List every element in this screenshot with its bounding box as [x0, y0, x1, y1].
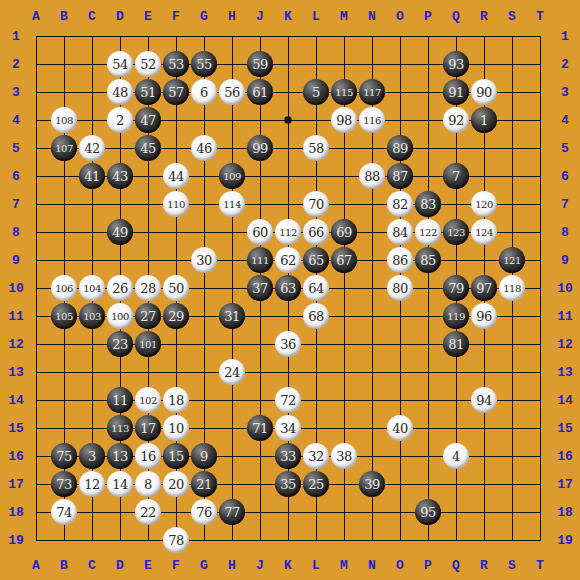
stone-white-D3[interactable]: 48 — [107, 79, 133, 105]
stone-move-number: 67 — [336, 253, 352, 268]
stone-move-number: 10 — [168, 421, 184, 436]
stone-black-E12[interactable]: 101 — [135, 331, 161, 357]
coord-label-left-10: 10 — [8, 282, 24, 295]
coord-label-bottom-L: L — [312, 559, 320, 572]
stone-move-number: 18 — [168, 393, 184, 408]
stone-white-P8[interactable]: 122 — [415, 219, 441, 245]
stone-move-number: 35 — [280, 477, 296, 492]
stone-white-K9[interactable]: 62 — [275, 247, 301, 273]
coord-label-bottom-T: T — [536, 559, 544, 572]
stone-white-L5[interactable]: 58 — [303, 135, 329, 161]
stone-white-S10[interactable]: 118 — [499, 275, 525, 301]
stone-white-F14[interactable]: 18 — [163, 387, 189, 413]
stone-black-Q8[interactable]: 123 — [443, 219, 469, 245]
stone-black-R10[interactable]: 97 — [471, 275, 497, 301]
stone-black-H11[interactable]: 31 — [219, 303, 245, 329]
stone-white-L10[interactable]: 64 — [303, 275, 329, 301]
coord-label-bottom-O: O — [396, 559, 404, 572]
stone-black-H18[interactable]: 77 — [219, 499, 245, 525]
stone-black-M3[interactable]: 115 — [331, 79, 357, 105]
coord-label-top-A: A — [32, 10, 40, 23]
stone-white-D11[interactable]: 100 — [107, 303, 133, 329]
coord-label-top-J: J — [256, 10, 264, 23]
stone-move-number: 22 — [140, 505, 156, 520]
stone-move-number: 108 — [55, 115, 73, 126]
coord-label-left-15: 15 — [8, 422, 24, 435]
stone-move-number: 116 — [363, 115, 381, 126]
stone-white-E16[interactable]: 16 — [135, 443, 161, 469]
stone-black-D14[interactable]: 11 — [107, 387, 133, 413]
coord-label-top-P: P — [424, 10, 432, 23]
stone-white-B10[interactable]: 106 — [51, 275, 77, 301]
stone-move-number: 106 — [55, 283, 73, 294]
stone-move-number: 96 — [476, 309, 492, 324]
coord-label-top-K: K — [284, 10, 292, 23]
stone-white-H3[interactable]: 56 — [219, 79, 245, 105]
stone-move-number: 23 — [112, 337, 128, 352]
stone-move-number: 13 — [112, 449, 128, 464]
coord-label-right-12: 12 — [557, 338, 573, 351]
coord-label-left-9: 9 — [12, 254, 20, 267]
coord-label-bottom-D: D — [116, 559, 124, 572]
stone-black-E15[interactable]: 17 — [135, 415, 161, 441]
stone-white-O10[interactable]: 80 — [387, 275, 413, 301]
stone-white-F15[interactable]: 10 — [163, 415, 189, 441]
stone-move-number: 44 — [168, 169, 184, 184]
stone-white-R8[interactable]: 124 — [471, 219, 497, 245]
stone-move-number: 11 — [112, 393, 128, 408]
coord-label-top-R: R — [480, 10, 488, 23]
stone-move-number: 122 — [419, 227, 437, 238]
stone-move-number: 119 — [447, 311, 465, 322]
coord-label-bottom-C: C — [88, 559, 96, 572]
coord-label-right-18: 18 — [557, 506, 573, 519]
stone-move-number: 94 — [476, 393, 492, 408]
stone-move-number: 70 — [308, 197, 324, 212]
stone-black-J15[interactable]: 71 — [247, 415, 273, 441]
stone-move-number: 56 — [224, 85, 240, 100]
stone-move-number: 121 — [503, 255, 521, 266]
coord-label-left-17: 17 — [8, 478, 24, 491]
stone-white-G18[interactable]: 76 — [191, 499, 217, 525]
stone-black-C11[interactable]: 103 — [79, 303, 105, 329]
stone-white-D2[interactable]: 54 — [107, 51, 133, 77]
stone-move-number: 124 — [475, 227, 493, 238]
coord-label-top-C: C — [88, 10, 96, 23]
stone-move-number: 115 — [335, 87, 353, 98]
stone-white-L8[interactable]: 66 — [303, 219, 329, 245]
stone-move-number: 118 — [503, 283, 521, 294]
coord-label-right-14: 14 — [557, 394, 573, 407]
coord-label-left-14: 14 — [8, 394, 24, 407]
stone-move-number: 39 — [364, 477, 380, 492]
stone-black-O5[interactable]: 89 — [387, 135, 413, 161]
coord-label-bottom-K: K — [284, 559, 292, 572]
coord-label-right-16: 16 — [557, 450, 573, 463]
stone-move-number: 80 — [392, 281, 408, 296]
stone-move-number: 59 — [252, 57, 268, 72]
stone-move-number: 12 — [84, 477, 100, 492]
stone-move-number: 101 — [139, 339, 157, 350]
stone-black-J9[interactable]: 111 — [247, 247, 273, 273]
coord-label-top-M: M — [340, 10, 348, 23]
coord-label-right-8: 8 — [561, 226, 569, 239]
stone-move-number: 36 — [280, 337, 296, 352]
stone-move-number: 65 — [308, 253, 324, 268]
stone-move-number: 79 — [448, 281, 464, 296]
stone-move-number: 51 — [140, 85, 156, 100]
coord-label-bottom-N: N — [368, 559, 376, 572]
stone-black-J2[interactable]: 59 — [247, 51, 273, 77]
stone-move-number: 112 — [279, 227, 297, 238]
coord-label-right-10: 10 — [557, 282, 573, 295]
stone-black-E3[interactable]: 51 — [135, 79, 161, 105]
stone-move-number: 111 — [251, 255, 269, 266]
coord-label-right-1: 1 — [561, 30, 569, 43]
stone-move-number: 99 — [252, 141, 268, 156]
stone-white-L7[interactable]: 70 — [303, 191, 329, 217]
stone-move-number: 62 — [280, 253, 296, 268]
coord-label-bottom-F: F — [172, 559, 180, 572]
stone-move-number: 32 — [308, 449, 324, 464]
stone-move-number: 38 — [336, 449, 352, 464]
stone-move-number: 117 — [363, 87, 381, 98]
stone-move-number: 58 — [308, 141, 324, 156]
stone-black-G2[interactable]: 55 — [191, 51, 217, 77]
stone-black-O6[interactable]: 87 — [387, 163, 413, 189]
stone-black-P7[interactable]: 83 — [415, 191, 441, 217]
stone-move-number: 26 — [112, 281, 128, 296]
coord-label-top-B: B — [60, 10, 68, 23]
stone-move-number: 16 — [140, 449, 156, 464]
stone-move-number: 31 — [224, 309, 240, 324]
stone-move-number: 95 — [420, 505, 436, 520]
stone-white-G5[interactable]: 46 — [191, 135, 217, 161]
coord-label-left-18: 18 — [8, 506, 24, 519]
stone-move-number: 14 — [112, 477, 128, 492]
stone-white-K12[interactable]: 36 — [275, 331, 301, 357]
stone-black-H6[interactable]: 109 — [219, 163, 245, 189]
stone-white-H13[interactable]: 24 — [219, 359, 245, 385]
coord-label-left-19: 19 — [8, 534, 24, 547]
go-board[interactable]: AABBCCDDEEFFGGHHJJKKLLMMNNOOPPQQRRSSTT11… — [0, 0, 580, 580]
stone-black-P18[interactable]: 95 — [415, 499, 441, 525]
stone-black-G16[interactable]: 9 — [191, 443, 217, 469]
coord-label-top-F: F — [172, 10, 180, 23]
stone-white-R11[interactable]: 96 — [471, 303, 497, 329]
stone-move-number: 50 — [168, 281, 184, 296]
stone-move-number: 77 — [224, 505, 240, 520]
stone-black-R4[interactable]: 1 — [471, 107, 497, 133]
coord-label-bottom-J: J — [256, 559, 264, 572]
stone-move-number: 75 — [56, 449, 72, 464]
stone-move-number: 81 — [448, 337, 464, 352]
stone-move-number: 61 — [252, 85, 268, 100]
stone-black-M9[interactable]: 67 — [331, 247, 357, 273]
stone-white-M16[interactable]: 38 — [331, 443, 357, 469]
stone-black-J10[interactable]: 37 — [247, 275, 273, 301]
coord-label-right-11: 11 — [557, 310, 573, 323]
coord-label-bottom-B: B — [60, 559, 68, 572]
coord-label-left-4: 4 — [12, 114, 20, 127]
stone-move-number: 33 — [280, 449, 296, 464]
stone-move-number: 105 — [55, 311, 73, 322]
stone-white-K15[interactable]: 34 — [275, 415, 301, 441]
stone-white-N6[interactable]: 88 — [359, 163, 385, 189]
stone-black-Q12[interactable]: 81 — [443, 331, 469, 357]
stone-move-number: 120 — [475, 199, 493, 210]
stone-move-number: 5 — [312, 85, 320, 100]
stone-move-number: 30 — [196, 253, 212, 268]
stone-white-Q16[interactable]: 4 — [443, 443, 469, 469]
stone-move-number: 25 — [308, 477, 324, 492]
stone-white-Q4[interactable]: 92 — [443, 107, 469, 133]
stone-move-number: 87 — [392, 169, 408, 184]
stone-black-F3[interactable]: 57 — [163, 79, 189, 105]
stone-white-C10[interactable]: 104 — [79, 275, 105, 301]
stone-black-F11[interactable]: 29 — [163, 303, 189, 329]
stone-white-F10[interactable]: 50 — [163, 275, 189, 301]
coord-label-left-8: 8 — [12, 226, 20, 239]
stone-move-number: 63 — [280, 281, 296, 296]
coord-label-bottom-H: H — [228, 559, 236, 572]
stone-move-number: 52 — [140, 57, 156, 72]
stone-white-J8[interactable]: 60 — [247, 219, 273, 245]
stone-white-R3[interactable]: 90 — [471, 79, 497, 105]
stone-white-E14[interactable]: 102 — [135, 387, 161, 413]
stone-white-E17[interactable]: 8 — [135, 471, 161, 497]
stone-black-K10[interactable]: 63 — [275, 275, 301, 301]
stone-move-number: 2 — [116, 113, 124, 128]
coord-label-left-7: 7 — [12, 198, 20, 211]
stone-black-D15[interactable]: 113 — [107, 415, 133, 441]
stone-move-number: 113 — [111, 423, 129, 434]
stone-move-number: 9 — [200, 449, 208, 464]
stone-black-L9[interactable]: 65 — [303, 247, 329, 273]
stone-black-B17[interactable]: 73 — [51, 471, 77, 497]
stone-white-F6[interactable]: 44 — [163, 163, 189, 189]
stone-move-number: 85 — [420, 253, 436, 268]
star-point-K4 — [285, 117, 292, 124]
stone-black-Q2[interactable]: 93 — [443, 51, 469, 77]
stone-move-number: 74 — [56, 505, 72, 520]
stone-black-N3[interactable]: 117 — [359, 79, 385, 105]
stone-black-B5[interactable]: 107 — [51, 135, 77, 161]
stone-white-D17[interactable]: 14 — [107, 471, 133, 497]
stone-black-B16[interactable]: 75 — [51, 443, 77, 469]
stone-black-E11[interactable]: 27 — [135, 303, 161, 329]
stone-black-S9[interactable]: 121 — [499, 247, 525, 273]
stone-move-number: 69 — [336, 225, 352, 240]
stone-black-B11[interactable]: 105 — [51, 303, 77, 329]
stone-move-number: 86 — [392, 253, 408, 268]
stone-move-number: 66 — [308, 225, 324, 240]
stone-black-Q10[interactable]: 79 — [443, 275, 469, 301]
stone-white-C17[interactable]: 12 — [79, 471, 105, 497]
stone-black-J3[interactable]: 61 — [247, 79, 273, 105]
stone-move-number: 123 — [447, 227, 465, 238]
stone-move-number: 100 — [111, 311, 129, 322]
coord-label-right-7: 7 — [561, 198, 569, 211]
stone-move-number: 27 — [140, 309, 156, 324]
coord-label-bottom-G: G — [200, 559, 208, 572]
coord-label-top-D: D — [116, 10, 124, 23]
stone-white-L11[interactable]: 68 — [303, 303, 329, 329]
stone-black-M8[interactable]: 69 — [331, 219, 357, 245]
stone-white-G9[interactable]: 30 — [191, 247, 217, 273]
stone-move-number: 98 — [336, 113, 352, 128]
stone-move-number: 72 — [280, 393, 296, 408]
stone-move-number: 93 — [448, 57, 464, 72]
coord-label-left-2: 2 — [12, 58, 20, 71]
stone-white-K14[interactable]: 72 — [275, 387, 301, 413]
coord-label-left-5: 5 — [12, 142, 20, 155]
stone-white-F7[interactable]: 110 — [163, 191, 189, 217]
stone-move-number: 24 — [224, 365, 240, 380]
stone-move-number: 88 — [364, 169, 380, 184]
stone-move-number: 28 — [140, 281, 156, 296]
coord-label-left-13: 13 — [8, 366, 24, 379]
stone-white-D4[interactable]: 2 — [107, 107, 133, 133]
stone-move-number: 7 — [452, 169, 460, 184]
coord-label-bottom-S: S — [508, 559, 516, 572]
stone-move-number: 78 — [168, 533, 184, 548]
coord-label-bottom-E: E — [144, 559, 152, 572]
stone-white-R14[interactable]: 94 — [471, 387, 497, 413]
stone-white-E18[interactable]: 22 — [135, 499, 161, 525]
stone-move-number: 73 — [56, 477, 72, 492]
stone-move-number: 47 — [140, 113, 156, 128]
stone-white-M4[interactable]: 98 — [331, 107, 357, 133]
stone-move-number: 90 — [476, 85, 492, 100]
stone-move-number: 45 — [140, 141, 156, 156]
coord-label-right-4: 4 — [561, 114, 569, 127]
stone-black-L3[interactable]: 5 — [303, 79, 329, 105]
stone-black-L17[interactable]: 25 — [303, 471, 329, 497]
stone-white-G3[interactable]: 6 — [191, 79, 217, 105]
stone-move-number: 34 — [280, 421, 296, 436]
coord-label-right-5: 5 — [561, 142, 569, 155]
stone-black-E4[interactable]: 47 — [135, 107, 161, 133]
stone-move-number: 92 — [448, 113, 464, 128]
coord-label-top-H: H — [228, 10, 236, 23]
stone-move-number: 42 — [84, 141, 100, 156]
stone-move-number: 64 — [308, 281, 324, 296]
coord-label-right-15: 15 — [557, 422, 573, 435]
coord-label-top-T: T — [536, 10, 544, 23]
coord-label-bottom-R: R — [480, 559, 488, 572]
stone-black-C6[interactable]: 41 — [79, 163, 105, 189]
stone-move-number: 109 — [223, 171, 241, 182]
coord-label-top-N: N — [368, 10, 376, 23]
stone-move-number: 68 — [308, 309, 324, 324]
stone-white-E10[interactable]: 28 — [135, 275, 161, 301]
stone-move-number: 6 — [200, 85, 208, 100]
stone-black-D8[interactable]: 49 — [107, 219, 133, 245]
stone-white-E2[interactable]: 52 — [135, 51, 161, 77]
stone-black-P9[interactable]: 85 — [415, 247, 441, 273]
stone-white-R7[interactable]: 120 — [471, 191, 497, 217]
stone-white-F17[interactable]: 20 — [163, 471, 189, 497]
stone-black-C16[interactable]: 3 — [79, 443, 105, 469]
stone-move-number: 48 — [112, 85, 128, 100]
stone-black-D6[interactable]: 43 — [107, 163, 133, 189]
stone-white-F19[interactable]: 78 — [163, 527, 189, 553]
stone-black-G17[interactable]: 21 — [191, 471, 217, 497]
stone-move-number: 91 — [448, 85, 464, 100]
stone-white-K8[interactable]: 112 — [275, 219, 301, 245]
coord-label-left-12: 12 — [8, 338, 24, 351]
stone-move-number: 41 — [84, 169, 100, 184]
stone-move-number: 17 — [140, 421, 156, 436]
stone-move-number: 54 — [112, 57, 128, 72]
stone-move-number: 21 — [196, 477, 212, 492]
coord-label-right-3: 3 — [561, 86, 569, 99]
stone-move-number: 40 — [392, 421, 408, 436]
stone-move-number: 3 — [88, 449, 96, 464]
stone-move-number: 55 — [196, 57, 212, 72]
stone-black-K16[interactable]: 33 — [275, 443, 301, 469]
stone-move-number: 82 — [392, 197, 408, 212]
stone-move-number: 29 — [168, 309, 184, 324]
stone-black-F2[interactable]: 53 — [163, 51, 189, 77]
coord-label-right-2: 2 — [561, 58, 569, 71]
stone-black-Q11[interactable]: 119 — [443, 303, 469, 329]
stone-move-number: 53 — [168, 57, 184, 72]
stone-black-J5[interactable]: 99 — [247, 135, 273, 161]
stone-move-number: 1 — [480, 113, 488, 128]
stone-move-number: 57 — [168, 85, 184, 100]
stone-black-D12[interactable]: 23 — [107, 331, 133, 357]
coord-label-left-3: 3 — [12, 86, 20, 99]
coord-label-left-16: 16 — [8, 450, 24, 463]
stone-black-Q6[interactable]: 7 — [443, 163, 469, 189]
stone-black-E5[interactable]: 45 — [135, 135, 161, 161]
stone-white-O9[interactable]: 86 — [387, 247, 413, 273]
stone-white-B18[interactable]: 74 — [51, 499, 77, 525]
coord-label-top-E: E — [144, 10, 152, 23]
stone-move-number: 102 — [139, 395, 157, 406]
stone-white-O15[interactable]: 40 — [387, 415, 413, 441]
stone-move-number: 76 — [196, 505, 212, 520]
stone-white-D10[interactable]: 26 — [107, 275, 133, 301]
stone-black-N17[interactable]: 39 — [359, 471, 385, 497]
stone-white-B4[interactable]: 108 — [51, 107, 77, 133]
stone-white-O7[interactable]: 82 — [387, 191, 413, 217]
stone-white-H7[interactable]: 114 — [219, 191, 245, 217]
stone-move-number: 43 — [112, 169, 128, 184]
stone-move-number: 71 — [252, 421, 268, 436]
stone-move-number: 97 — [476, 281, 492, 296]
stone-black-D16[interactable]: 13 — [107, 443, 133, 469]
stone-white-N4[interactable]: 116 — [359, 107, 385, 133]
coord-label-bottom-A: A — [32, 559, 40, 572]
coord-label-top-Q: Q — [452, 10, 460, 23]
stone-black-K17[interactable]: 35 — [275, 471, 301, 497]
coord-label-bottom-Q: Q — [452, 559, 460, 572]
stone-move-number: 83 — [420, 197, 436, 212]
stone-move-number: 60 — [252, 225, 268, 240]
stone-white-L16[interactable]: 32 — [303, 443, 329, 469]
coord-label-right-6: 6 — [561, 170, 569, 183]
stone-move-number: 110 — [167, 199, 185, 210]
coord-label-right-13: 13 — [557, 366, 573, 379]
coord-label-left-6: 6 — [12, 170, 20, 183]
stone-black-F16[interactable]: 15 — [163, 443, 189, 469]
stone-white-C5[interactable]: 42 — [79, 135, 105, 161]
stone-white-O8[interactable]: 84 — [387, 219, 413, 245]
stone-black-Q3[interactable]: 91 — [443, 79, 469, 105]
